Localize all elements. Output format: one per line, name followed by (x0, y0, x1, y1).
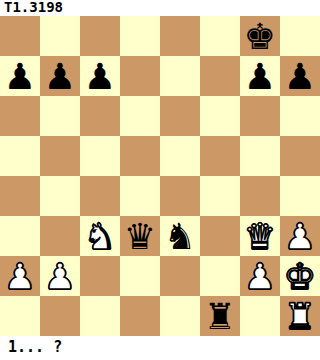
square-g8[interactable]: ♚ (240, 16, 280, 56)
square-g7[interactable]: ♟ (240, 56, 280, 96)
puzzle-id: T1.3198 (0, 0, 320, 16)
piece-white-pawn[interactable]: ♟ (40, 256, 80, 296)
square-e1[interactable] (160, 296, 200, 336)
square-e5[interactable] (160, 136, 200, 176)
square-c8[interactable] (80, 16, 120, 56)
square-b1[interactable] (40, 296, 80, 336)
square-b5[interactable] (40, 136, 80, 176)
square-e2[interactable] (160, 256, 200, 296)
square-f6[interactable] (200, 96, 240, 136)
square-b2[interactable]: ♟ (40, 256, 80, 296)
piece-white-rook[interactable]: ♜ (280, 296, 320, 336)
square-a2[interactable]: ♟ (0, 256, 40, 296)
square-c3[interactable]: ♞ (80, 216, 120, 256)
square-a7[interactable]: ♟ (0, 56, 40, 96)
square-f2[interactable] (200, 256, 240, 296)
square-h5[interactable] (280, 136, 320, 176)
square-g2[interactable]: ♟ (240, 256, 280, 296)
square-b3[interactable] (40, 216, 80, 256)
square-h6[interactable] (280, 96, 320, 136)
square-h7[interactable]: ♟ (280, 56, 320, 96)
square-f3[interactable] (200, 216, 240, 256)
square-f5[interactable] (200, 136, 240, 176)
square-d7[interactable] (120, 56, 160, 96)
square-b6[interactable] (40, 96, 80, 136)
piece-white-pawn[interactable]: ♟ (0, 256, 40, 296)
square-h1[interactable]: ♜ (280, 296, 320, 336)
move-prompt: 1... ? (0, 336, 320, 360)
chess-board: ♚♟♟♟♟♟♞♛♞♛♟♟♟♟♚♜♜ (0, 16, 320, 336)
square-a4[interactable] (0, 176, 40, 216)
square-d5[interactable] (120, 136, 160, 176)
square-e8[interactable] (160, 16, 200, 56)
square-c1[interactable] (80, 296, 120, 336)
piece-black-knight[interactable]: ♞ (160, 216, 200, 256)
square-c4[interactable] (80, 176, 120, 216)
square-h8[interactable] (280, 16, 320, 56)
square-b8[interactable] (40, 16, 80, 56)
square-e7[interactable] (160, 56, 200, 96)
square-d6[interactable] (120, 96, 160, 136)
piece-black-king[interactable]: ♚ (240, 16, 280, 56)
piece-white-knight[interactable]: ♞ (80, 216, 120, 256)
square-a8[interactable] (0, 16, 40, 56)
chess-puzzle-page: T1.3198 ♚♟♟♟♟♟♞♛♞♛♟♟♟♟♚♜♜ 1... ? (0, 0, 320, 360)
square-g4[interactable] (240, 176, 280, 216)
square-a5[interactable] (0, 136, 40, 176)
square-h2[interactable]: ♚ (280, 256, 320, 296)
square-d4[interactable] (120, 176, 160, 216)
square-d1[interactable] (120, 296, 160, 336)
piece-white-pawn[interactable]: ♟ (280, 216, 320, 256)
square-a1[interactable] (0, 296, 40, 336)
square-d2[interactable] (120, 256, 160, 296)
square-c5[interactable] (80, 136, 120, 176)
piece-black-pawn[interactable]: ♟ (240, 56, 280, 96)
square-d8[interactable] (120, 16, 160, 56)
square-b7[interactable]: ♟ (40, 56, 80, 96)
piece-white-pawn[interactable]: ♟ (240, 256, 280, 296)
square-g1[interactable] (240, 296, 280, 336)
piece-black-pawn[interactable]: ♟ (80, 56, 120, 96)
square-g6[interactable] (240, 96, 280, 136)
piece-black-pawn[interactable]: ♟ (280, 56, 320, 96)
square-a3[interactable] (0, 216, 40, 256)
piece-black-pawn[interactable]: ♟ (0, 56, 40, 96)
piece-black-pawn[interactable]: ♟ (40, 56, 80, 96)
square-f8[interactable] (200, 16, 240, 56)
piece-white-king[interactable]: ♚ (280, 256, 320, 296)
piece-black-rook[interactable]: ♜ (200, 296, 240, 336)
square-c2[interactable] (80, 256, 120, 296)
square-e4[interactable] (160, 176, 200, 216)
square-c7[interactable]: ♟ (80, 56, 120, 96)
square-f4[interactable] (200, 176, 240, 216)
square-g5[interactable] (240, 136, 280, 176)
square-a6[interactable] (0, 96, 40, 136)
piece-black-queen[interactable]: ♛ (120, 216, 160, 256)
square-f7[interactable] (200, 56, 240, 96)
square-f1[interactable]: ♜ (200, 296, 240, 336)
square-b4[interactable] (40, 176, 80, 216)
square-g3[interactable]: ♛ (240, 216, 280, 256)
piece-white-queen[interactable]: ♛ (240, 216, 280, 256)
square-h3[interactable]: ♟ (280, 216, 320, 256)
square-h4[interactable] (280, 176, 320, 216)
square-e3[interactable]: ♞ (160, 216, 200, 256)
square-c6[interactable] (80, 96, 120, 136)
square-d3[interactable]: ♛ (120, 216, 160, 256)
square-e6[interactable] (160, 96, 200, 136)
